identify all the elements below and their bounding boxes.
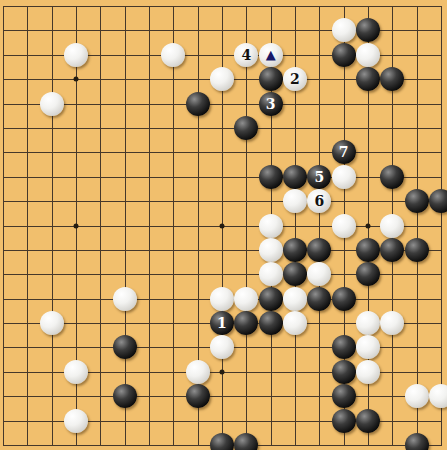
stone-black-S9 (405, 238, 429, 262)
stone-black-N8 (283, 262, 307, 286)
stone-white-D17 (64, 43, 88, 67)
stone-black-K1 (210, 433, 234, 450)
stone-white-M9 (259, 238, 283, 262)
stone-white-N6 (283, 311, 307, 335)
stone-white-L17: 4 (234, 43, 258, 67)
star-point-K4 (219, 369, 224, 374)
stone-white-T3 (429, 384, 447, 408)
stone-black-P3 (332, 384, 356, 408)
stone-black-P5 (332, 335, 356, 359)
stone-black-J15 (186, 92, 210, 116)
move-number-label: 6 (314, 194, 324, 208)
stone-black-J3 (186, 384, 210, 408)
stone-white-L7 (234, 287, 258, 311)
stone-black-M6 (259, 311, 283, 335)
stone-black-P2 (332, 409, 356, 433)
stone-black-Q18 (356, 18, 380, 42)
move-number-label: 7 (339, 145, 349, 159)
grid-line-vertical (441, 6, 442, 446)
stone-black-O9 (307, 238, 331, 262)
stone-black-O7 (307, 287, 331, 311)
stone-black-M16 (259, 67, 283, 91)
stone-black-Q9 (356, 238, 380, 262)
move-number-label: 5 (314, 170, 324, 184)
stone-white-N16: 2 (283, 67, 307, 91)
stone-black-P7 (332, 287, 356, 311)
stone-black-R16 (380, 67, 404, 91)
stone-black-Q8 (356, 262, 380, 286)
stone-black-F3 (113, 384, 137, 408)
move-number-label: 1 (217, 316, 227, 330)
stone-white-N11 (283, 189, 307, 213)
stone-black-L14 (234, 116, 258, 140)
stone-white-K16 (210, 67, 234, 91)
stone-white-O11: 6 (307, 189, 331, 213)
grid-line-horizontal (3, 396, 442, 397)
stone-white-M17: ▲ (259, 43, 283, 67)
star-point-K10 (219, 223, 224, 228)
stone-white-P18 (332, 18, 356, 42)
stone-white-D4 (64, 360, 88, 384)
stone-black-O12: 5 (307, 165, 331, 189)
stone-black-K6: 1 (210, 311, 234, 335)
stone-white-K7 (210, 287, 234, 311)
stone-black-N12 (283, 165, 307, 189)
move-number-label: 2 (290, 72, 300, 86)
stone-black-Q2 (356, 409, 380, 433)
stone-white-J4 (186, 360, 210, 384)
stone-white-C6 (40, 311, 64, 335)
stone-white-O8 (307, 262, 331, 286)
stone-black-M7 (259, 287, 283, 311)
stone-white-K5 (210, 335, 234, 359)
stone-black-P17 (332, 43, 356, 67)
stone-white-M10 (259, 214, 283, 238)
stone-black-T11 (429, 189, 447, 213)
stone-black-M15: 3 (259, 92, 283, 116)
stone-white-R10 (380, 214, 404, 238)
stone-black-Q16 (356, 67, 380, 91)
stone-black-R9 (380, 238, 404, 262)
go-board[interactable]: 4▲237561 (0, 0, 447, 450)
star-point-D10 (73, 223, 78, 228)
stone-white-R6 (380, 311, 404, 335)
star-point-Q10 (365, 223, 370, 228)
stone-black-P13: 7 (332, 140, 356, 164)
stone-white-S3 (405, 384, 429, 408)
grid-line-vertical (319, 6, 320, 446)
stone-black-R12 (380, 165, 404, 189)
stone-black-L1 (234, 433, 258, 450)
stone-black-P4 (332, 360, 356, 384)
stone-white-Q5 (356, 335, 380, 359)
stone-white-P10 (332, 214, 356, 238)
stone-white-H17 (161, 43, 185, 67)
grid-line-vertical (417, 6, 418, 446)
stone-white-M8 (259, 262, 283, 286)
stone-black-L6 (234, 311, 258, 335)
stone-black-S1 (405, 433, 429, 450)
stone-white-Q17 (356, 43, 380, 67)
stone-black-N9 (283, 238, 307, 262)
stone-white-Q4 (356, 360, 380, 384)
stone-black-F5 (113, 335, 137, 359)
move-number-label: 3 (266, 97, 276, 111)
stone-white-P12 (332, 165, 356, 189)
stone-black-M12 (259, 165, 283, 189)
move-number-label: 4 (241, 48, 251, 62)
stone-white-Q6 (356, 311, 380, 335)
stone-white-C15 (40, 92, 64, 116)
star-point-D16 (73, 77, 78, 82)
stone-white-N7 (283, 287, 307, 311)
stone-black-S11 (405, 189, 429, 213)
stone-white-D2 (64, 409, 88, 433)
stone-white-F7 (113, 287, 137, 311)
triangle-marker-icon: ▲ (266, 48, 276, 61)
grid-line-vertical (246, 6, 247, 446)
